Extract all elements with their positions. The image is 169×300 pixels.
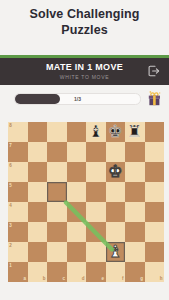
square-g6[interactable] xyxy=(125,162,145,182)
white-bishop[interactable]: ♝ xyxy=(108,243,123,260)
square-h3[interactable] xyxy=(145,222,165,242)
square-h4[interactable] xyxy=(145,202,165,222)
square-h2[interactable] xyxy=(145,242,165,262)
square-a2[interactable]: 2 xyxy=(8,242,28,262)
square-c8[interactable] xyxy=(47,122,67,142)
square-f5[interactable] xyxy=(106,182,126,202)
square-c4[interactable] xyxy=(47,202,67,222)
square-h1[interactable]: h xyxy=(145,262,165,282)
square-g8[interactable]: ♜ xyxy=(125,122,145,142)
puzzle-progress: 1/3 xyxy=(14,94,163,104)
file-label-g: g xyxy=(140,276,143,281)
square-e3[interactable] xyxy=(86,222,106,242)
chess-board: 8♝♚♜76♚5432♝1abcdefgh xyxy=(8,122,164,282)
square-h6[interactable] xyxy=(145,162,165,182)
rank-label-1: 1 xyxy=(9,263,12,268)
square-b4[interactable] xyxy=(28,202,48,222)
square-c7[interactable] xyxy=(47,142,67,162)
file-label-a: a xyxy=(23,276,26,281)
file-label-f: f xyxy=(122,276,124,281)
square-d8[interactable] xyxy=(67,122,87,142)
progress-bar: 1/3 xyxy=(14,93,141,105)
square-b1[interactable]: b xyxy=(28,262,48,282)
rank-label-4: 4 xyxy=(9,203,12,208)
puzzle-header: MATE IN 1 MOVE WHITE TO MOVE xyxy=(0,58,169,86)
square-a5[interactable]: 5 xyxy=(8,182,28,202)
square-d6[interactable] xyxy=(67,162,87,182)
file-label-c: c xyxy=(62,276,65,281)
rank-label-6: 6 xyxy=(9,163,12,168)
square-a8[interactable]: 8 xyxy=(8,122,28,142)
file-label-e: e xyxy=(101,276,104,281)
square-d5[interactable] xyxy=(67,182,87,202)
square-b6[interactable] xyxy=(28,162,48,182)
square-a4[interactable]: 4 xyxy=(8,202,28,222)
square-f2[interactable]: ♝ xyxy=(106,242,126,262)
square-e6[interactable] xyxy=(86,162,106,182)
file-label-b: b xyxy=(43,276,46,281)
square-g4[interactable] xyxy=(125,202,145,222)
black-rook[interactable]: ♜ xyxy=(127,123,142,140)
square-b2[interactable] xyxy=(28,242,48,262)
page-title: Solve Challenging Puzzles xyxy=(0,7,169,38)
square-d2[interactable] xyxy=(67,242,87,262)
white-king[interactable]: ♚ xyxy=(108,163,123,180)
square-f4[interactable] xyxy=(106,202,126,222)
square-f6[interactable]: ♚ xyxy=(106,162,126,182)
rank-label-7: 7 xyxy=(9,143,12,148)
square-b3[interactable] xyxy=(28,222,48,242)
square-a7[interactable]: 7 xyxy=(8,142,28,162)
progress-count: 1/3 xyxy=(15,94,140,104)
square-c2[interactable] xyxy=(47,242,67,262)
square-f1[interactable]: f xyxy=(106,262,126,282)
file-label-h: h xyxy=(160,276,163,281)
square-e7[interactable] xyxy=(86,142,106,162)
black-bishop[interactable]: ♝ xyxy=(88,123,103,140)
exit-icon xyxy=(147,65,160,78)
square-f8[interactable]: ♚ xyxy=(106,122,126,142)
square-e4[interactable] xyxy=(86,202,106,222)
square-d7[interactable] xyxy=(67,142,87,162)
square-a1[interactable]: 1a xyxy=(8,262,28,282)
square-g3[interactable] xyxy=(125,222,145,242)
rank-label-5: 5 xyxy=(9,183,12,188)
square-c1[interactable]: c xyxy=(47,262,67,282)
square-a3[interactable]: 3 xyxy=(8,222,28,242)
square-c6[interactable] xyxy=(47,162,67,182)
rank-label-8: 8 xyxy=(9,123,12,128)
square-b8[interactable] xyxy=(28,122,48,142)
exit-button[interactable] xyxy=(147,65,160,78)
square-d4[interactable] xyxy=(67,202,87,222)
rank-label-3: 3 xyxy=(9,223,12,228)
square-a6[interactable]: 6 xyxy=(8,162,28,182)
black-king[interactable]: ♚ xyxy=(108,123,123,140)
square-h7[interactable] xyxy=(145,142,165,162)
square-g2[interactable] xyxy=(125,242,145,262)
square-e5[interactable] xyxy=(86,182,106,202)
square-b5[interactable] xyxy=(28,182,48,202)
square-c5[interactable] xyxy=(47,182,67,202)
page-title-line1: Solve Challenging xyxy=(0,7,169,23)
square-g5[interactable] xyxy=(125,182,145,202)
square-e8[interactable]: ♝ xyxy=(86,122,106,142)
reward-gift-button[interactable] xyxy=(146,89,163,107)
puzzle-goal-label: MATE IN 1 MOVE xyxy=(46,62,123,72)
page-title-line2: Puzzles xyxy=(0,23,169,39)
square-b7[interactable] xyxy=(28,142,48,162)
app-screen: Solve Challenging Puzzles MATE IN 1 MOVE… xyxy=(0,0,169,300)
square-g7[interactable] xyxy=(125,142,145,162)
square-e1[interactable]: e xyxy=(86,262,106,282)
square-c3[interactable] xyxy=(47,222,67,242)
file-label-d: d xyxy=(82,276,85,281)
square-g1[interactable]: g xyxy=(125,262,145,282)
gift-icon xyxy=(146,89,163,107)
square-e2[interactable] xyxy=(86,242,106,262)
rank-label-2: 2 xyxy=(9,243,12,248)
square-f3[interactable] xyxy=(106,222,126,242)
square-d3[interactable] xyxy=(67,222,87,242)
side-to-move-label: WHITE TO MOVE xyxy=(60,74,109,80)
square-h8[interactable] xyxy=(145,122,165,142)
square-f7[interactable] xyxy=(106,142,126,162)
square-d1[interactable]: d xyxy=(67,262,87,282)
square-h5[interactable] xyxy=(145,182,165,202)
